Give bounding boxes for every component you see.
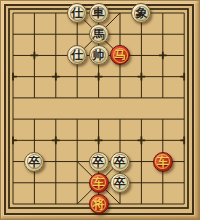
piece-ivory-general-e2[interactable]: 帅 bbox=[89, 45, 109, 65]
piece-red-chariot-e8[interactable]: 车 bbox=[89, 173, 109, 193]
piece-glyph: 马 bbox=[114, 49, 126, 61]
piece-ivory-pawn-b7[interactable]: 卒 bbox=[24, 152, 44, 172]
piece-red-chariot-h7[interactable]: 车 bbox=[153, 152, 173, 172]
piece-ivory-pawn-f8[interactable]: 卒 bbox=[110, 173, 130, 193]
piece-glyph: 馬 bbox=[93, 28, 105, 40]
pieces-layer: 仕車象馬仕帅马卒卒卒车车卒将 bbox=[0, 0, 200, 220]
piece-glyph: 仕 bbox=[71, 49, 83, 61]
piece-red-horse-f2[interactable]: 马 bbox=[110, 45, 130, 65]
piece-red-general-e9[interactable]: 将 bbox=[89, 194, 109, 214]
piece-ivory-elephant-g0[interactable]: 象 bbox=[131, 3, 151, 23]
piece-ivory-pawn-f7[interactable]: 卒 bbox=[110, 152, 130, 172]
xiangqi-board-window: 仕車象馬仕帅马卒卒卒车车卒将 bbox=[0, 0, 200, 220]
piece-glyph: 卒 bbox=[93, 155, 105, 167]
piece-glyph: 车 bbox=[157, 155, 169, 167]
piece-ivory-pawn-e7[interactable]: 卒 bbox=[89, 152, 109, 172]
piece-ivory-advisor-d2[interactable]: 仕 bbox=[67, 45, 87, 65]
piece-glyph: 象 bbox=[135, 7, 147, 19]
piece-ivory-chariot-e0[interactable]: 車 bbox=[89, 3, 109, 23]
piece-glyph: 卒 bbox=[114, 155, 126, 167]
piece-glyph: 卒 bbox=[114, 176, 126, 188]
piece-glyph: 车 bbox=[93, 176, 105, 188]
piece-glyph: 帅 bbox=[93, 49, 105, 61]
piece-glyph: 車 bbox=[93, 7, 105, 19]
piece-glyph: 仕 bbox=[71, 7, 83, 19]
piece-glyph: 将 bbox=[93, 198, 105, 210]
piece-glyph: 卒 bbox=[28, 155, 40, 167]
piece-ivory-advisor-d0[interactable]: 仕 bbox=[67, 3, 87, 23]
piece-ivory-horse-e1[interactable]: 馬 bbox=[89, 24, 109, 44]
